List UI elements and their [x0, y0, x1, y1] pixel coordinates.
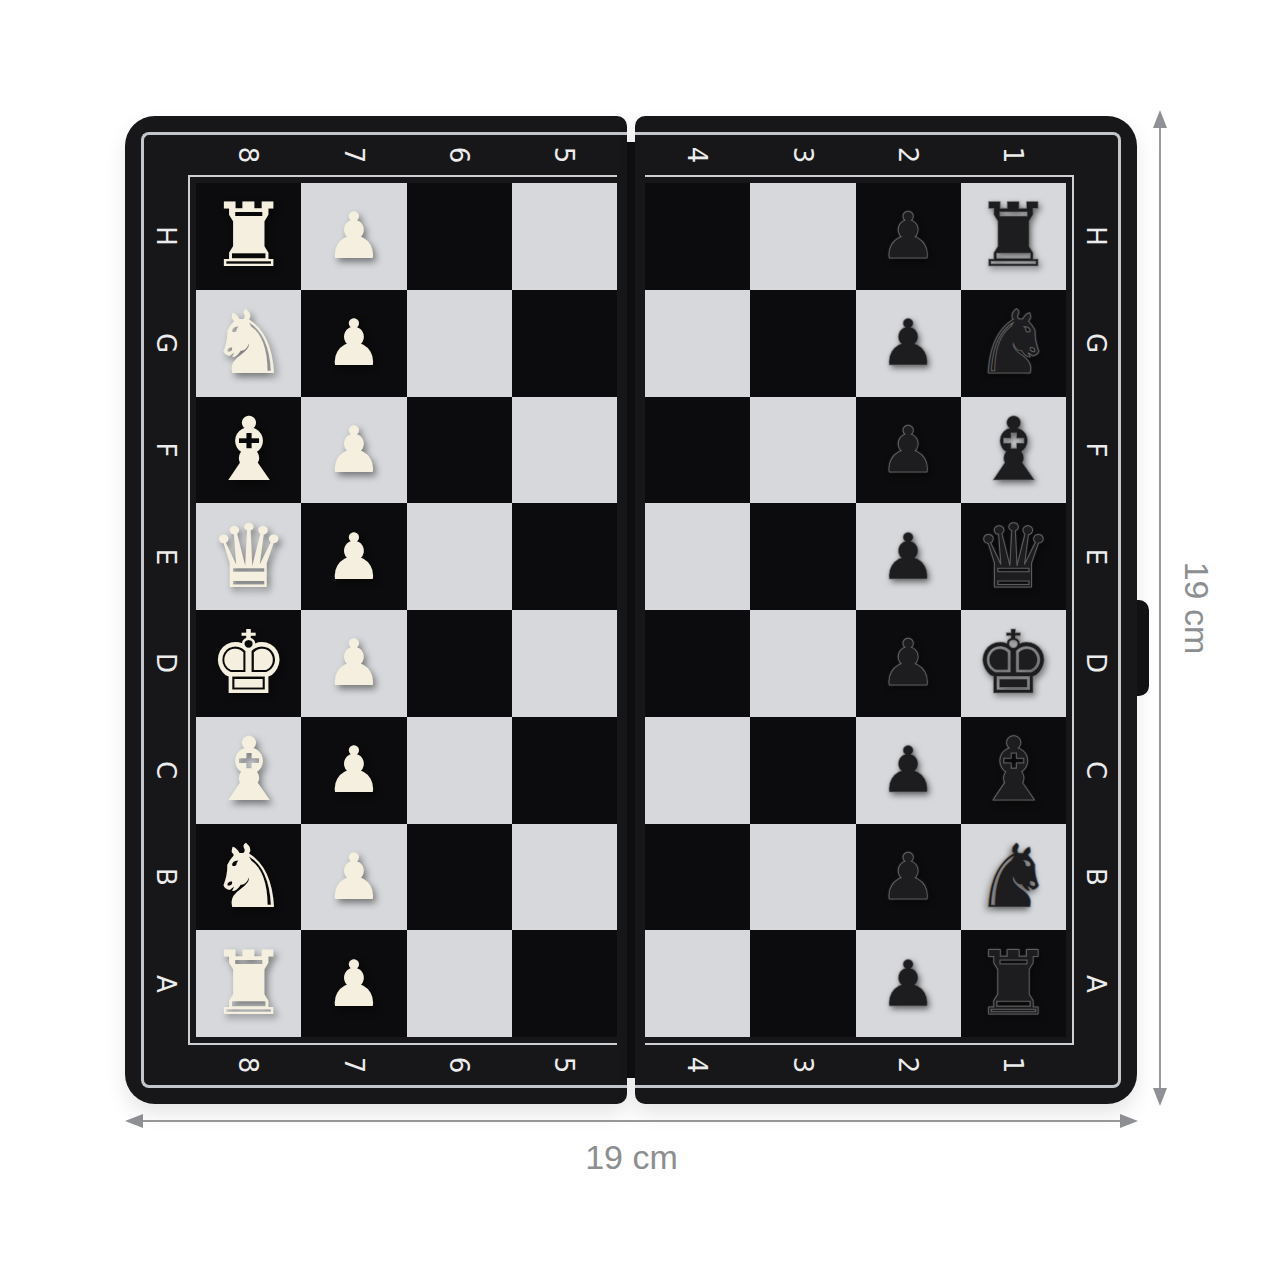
- square-f1: ♝: [961, 397, 1066, 504]
- file-label-g: G: [1074, 290, 1118, 397]
- file-label-f: F: [144, 397, 188, 504]
- rank-label-text: 3: [788, 147, 818, 164]
- square-b2: ♟: [856, 824, 961, 931]
- square-g2: ♟: [856, 290, 961, 397]
- square-f2: ♟: [856, 397, 961, 504]
- file-label-h: H: [1074, 183, 1118, 290]
- file-label-d: D: [144, 610, 188, 717]
- chess-board: 8765 HGFEDCBA ♜♟♞♟♝♟♛♟♚♟♝♟♞♟♜♟ 8765 4321…: [125, 116, 1137, 1104]
- square-f3: [750, 397, 855, 504]
- rank-label-text: 2: [893, 1057, 923, 1074]
- file-label-text: D: [1081, 653, 1111, 673]
- square-a5: [512, 930, 617, 1037]
- file-label-c: C: [1074, 717, 1118, 824]
- black-pawn-h2: ♟: [879, 204, 936, 268]
- square-d6: [407, 610, 512, 717]
- white-pawn-e7: ♟: [325, 525, 382, 589]
- black-rook-a1: ♜: [974, 940, 1053, 1028]
- black-bishop-c1: ♝: [974, 726, 1053, 814]
- rank-labels-top-left: 8765: [188, 135, 617, 175]
- rank-label-text: 1: [998, 147, 1028, 164]
- arrowhead-left-icon: [125, 1114, 143, 1128]
- white-bishop-f8: ♝: [209, 406, 288, 494]
- rank-label-1: 1: [961, 1045, 1066, 1085]
- file-label-text: A: [151, 975, 181, 993]
- square-d3: [750, 610, 855, 717]
- rank-label-7: 7: [301, 1045, 406, 1085]
- rank-label-text: 8: [234, 147, 264, 164]
- file-label-b: B: [1074, 824, 1118, 931]
- file-label-text: D: [151, 653, 181, 673]
- square-b6: [407, 824, 512, 931]
- square-a7: ♟: [301, 930, 406, 1037]
- rank-label-text: 6: [444, 1057, 474, 1074]
- rank-label-2: 2: [856, 135, 961, 175]
- rank-label-text: 2: [893, 147, 923, 164]
- square-c5: [512, 717, 617, 824]
- white-pawn-b7: ♟: [325, 845, 382, 909]
- white-rook-h8: ♜: [209, 192, 288, 280]
- arrowhead-right-icon: [1120, 1114, 1138, 1128]
- white-pawn-d7: ♟: [325, 631, 382, 695]
- square-e6: [407, 503, 512, 610]
- file-label-text: A: [1081, 975, 1111, 993]
- board-print-right: 4321 HGFEDCBA ♟♜♟♞♟♝♟♛♟♚♟♝♟♞♟♜ 4321: [635, 132, 1121, 1088]
- white-pawn-g7: ♟: [325, 311, 382, 375]
- rank-label-5: 5: [512, 135, 617, 175]
- square-c1: ♝: [961, 717, 1066, 824]
- white-pawn-h7: ♟: [325, 204, 382, 268]
- file-label-e: E: [144, 503, 188, 610]
- square-b5: [512, 824, 617, 931]
- arrowhead-up-icon: [1153, 110, 1167, 128]
- rank-label-text: 4: [683, 147, 713, 164]
- black-knight-g1: ♞: [974, 299, 1053, 387]
- black-pawn-c2: ♟: [879, 738, 936, 802]
- square-c2: ♟: [856, 717, 961, 824]
- square-h2: ♟: [856, 183, 961, 290]
- rank-label-text: 7: [339, 1057, 369, 1074]
- file-label-text: E: [1081, 548, 1111, 564]
- file-label-h: H: [144, 183, 188, 290]
- white-bishop-c8: ♝: [209, 726, 288, 814]
- file-label-text: F: [1081, 442, 1111, 457]
- white-pawn-c7: ♟: [325, 738, 382, 802]
- file-label-text: G: [151, 333, 181, 353]
- square-f4: [645, 397, 750, 504]
- file-label-d: D: [1074, 610, 1118, 717]
- white-pawn-a7: ♟: [325, 952, 382, 1016]
- file-label-text: B: [151, 868, 181, 886]
- square-a4: [645, 930, 750, 1037]
- file-label-a: A: [1074, 930, 1118, 1037]
- square-e3: [750, 503, 855, 610]
- square-a3: [750, 930, 855, 1037]
- square-a1: ♜: [961, 930, 1066, 1037]
- square-g5: [512, 290, 617, 397]
- square-c3: [750, 717, 855, 824]
- rank-label-text: 3: [788, 1057, 818, 1074]
- grid-frame-left: ♜♟♞♟♝♟♛♟♚♟♝♟♞♟♜♟: [188, 175, 617, 1045]
- rank-label-text: 6: [444, 147, 474, 164]
- file-label-text: C: [151, 761, 181, 779]
- square-g6: [407, 290, 512, 397]
- board-half-right: 4321 HGFEDCBA ♟♜♟♞♟♝♟♛♟♚♟♝♟♞♟♜ 4321: [635, 116, 1137, 1104]
- square-h1: ♜: [961, 183, 1066, 290]
- black-bishop-f1: ♝: [974, 406, 1053, 494]
- rank-label-4: 4: [645, 1045, 750, 1085]
- file-label-a: A: [144, 930, 188, 1037]
- square-e2: ♟: [856, 503, 961, 610]
- black-knight-b1: ♞: [974, 833, 1053, 921]
- square-c6: [407, 717, 512, 824]
- file-label-text: C: [1081, 761, 1111, 779]
- square-g1: ♞: [961, 290, 1066, 397]
- squares-left: ♜♟♞♟♝♟♛♟♚♟♝♟♞♟♜♟: [196, 183, 617, 1037]
- file-labels-right: HGFEDCBA: [1074, 175, 1118, 1045]
- square-c4: [645, 717, 750, 824]
- square-d7: ♟: [301, 610, 406, 717]
- black-pawn-e2: ♟: [879, 525, 936, 589]
- height-dimension-line: [1159, 124, 1161, 1092]
- file-label-text: F: [151, 442, 181, 457]
- board-print-left: 8765 HGFEDCBA ♜♟♞♟♝♟♛♟♚♟♝♟♞♟♜♟ 8765: [141, 132, 627, 1088]
- rank-label-6: 6: [407, 135, 512, 175]
- file-label-text: H: [151, 227, 181, 247]
- rank-label-4: 4: [645, 135, 750, 175]
- rank-labels-bottom-right: 4321: [645, 1045, 1074, 1085]
- board-half-left: 8765 HGFEDCBA ♜♟♞♟♝♟♛♟♚♟♝♟♞♟♜♟ 8765: [125, 116, 627, 1104]
- square-d4: [645, 610, 750, 717]
- squares-right: ♟♜♟♞♟♝♟♛♟♚♟♝♟♞♟♜: [645, 183, 1066, 1037]
- rank-label-7: 7: [301, 135, 406, 175]
- grid-frame-right: ♟♜♟♞♟♝♟♛♟♚♟♝♟♞♟♜: [645, 175, 1074, 1045]
- rank-label-text: 8: [234, 1057, 264, 1074]
- square-c8: ♝: [196, 717, 301, 824]
- square-f8: ♝: [196, 397, 301, 504]
- arrowhead-down-icon: [1153, 1088, 1167, 1106]
- file-label-text: H: [1081, 227, 1111, 247]
- square-g8: ♞: [196, 290, 301, 397]
- rank-label-8: 8: [196, 135, 301, 175]
- square-e8: ♛: [196, 503, 301, 610]
- square-h6: [407, 183, 512, 290]
- square-c7: ♟: [301, 717, 406, 824]
- square-e7: ♟: [301, 503, 406, 610]
- black-pawn-g2: ♟: [879, 311, 936, 375]
- square-e1: ♛: [961, 503, 1066, 610]
- file-label-text: E: [151, 548, 181, 564]
- square-b3: [750, 824, 855, 931]
- black-king-d1: ♚: [974, 619, 1053, 707]
- width-dimension-label: 19 cm: [125, 1138, 1138, 1177]
- rank-label-6: 6: [407, 1045, 512, 1085]
- square-f6: [407, 397, 512, 504]
- square-a6: [407, 930, 512, 1037]
- rank-label-2: 2: [856, 1045, 961, 1085]
- square-g4: [645, 290, 750, 397]
- rank-label-text: 4: [683, 1057, 713, 1074]
- width-dimension: 19 cm: [125, 1114, 1138, 1184]
- square-h3: [750, 183, 855, 290]
- white-pawn-f7: ♟: [325, 418, 382, 482]
- file-label-c: C: [144, 717, 188, 824]
- white-queen-e8: ♛: [209, 513, 288, 601]
- width-dimension-line: [139, 1120, 1124, 1122]
- square-d2: ♟: [856, 610, 961, 717]
- square-g3: [750, 290, 855, 397]
- black-queen-e1: ♛: [974, 513, 1053, 601]
- square-a8: ♜: [196, 930, 301, 1037]
- rank-label-text: 7: [339, 147, 369, 164]
- square-h7: ♟: [301, 183, 406, 290]
- square-h8: ♜: [196, 183, 301, 290]
- square-f7: ♟: [301, 397, 406, 504]
- rank-label-text: 1: [998, 1057, 1028, 1074]
- white-king-d8: ♚: [209, 619, 288, 707]
- black-pawn-b2: ♟: [879, 845, 936, 909]
- square-h5: [512, 183, 617, 290]
- square-d5: [512, 610, 617, 717]
- black-pawn-a2: ♟: [879, 952, 936, 1016]
- file-labels-left: HGFEDCBA: [144, 175, 188, 1045]
- square-b7: ♟: [301, 824, 406, 931]
- white-rook-a8: ♜: [209, 940, 288, 1028]
- rank-label-1: 1: [961, 135, 1066, 175]
- rank-label-3: 3: [750, 1045, 855, 1085]
- black-pawn-d2: ♟: [879, 631, 936, 695]
- file-label-g: G: [144, 290, 188, 397]
- file-label-text: B: [1081, 868, 1111, 886]
- rank-labels-bottom-left: 8765: [188, 1045, 617, 1085]
- white-knight-b8: ♞: [209, 833, 288, 921]
- height-dimension-label: 19 cm: [1177, 538, 1216, 678]
- height-dimension: 19 cm: [1150, 110, 1220, 1106]
- file-label-f: F: [1074, 397, 1118, 504]
- square-d8: ♚: [196, 610, 301, 717]
- black-rook-h1: ♜: [974, 192, 1053, 280]
- black-pawn-f2: ♟: [879, 418, 936, 482]
- square-e5: [512, 503, 617, 610]
- file-label-text: G: [1081, 333, 1111, 353]
- rank-labels-top-right: 4321: [645, 135, 1074, 175]
- square-b1: ♞: [961, 824, 1066, 931]
- rank-label-3: 3: [750, 135, 855, 175]
- square-a2: ♟: [856, 930, 961, 1037]
- square-h4: [645, 183, 750, 290]
- square-g7: ♟: [301, 290, 406, 397]
- rank-label-text: 5: [549, 147, 579, 164]
- file-label-e: E: [1074, 503, 1118, 610]
- rank-label-5: 5: [512, 1045, 617, 1085]
- rank-label-8: 8: [196, 1045, 301, 1085]
- square-d1: ♚: [961, 610, 1066, 717]
- square-b8: ♞: [196, 824, 301, 931]
- square-e4: [645, 503, 750, 610]
- square-f5: [512, 397, 617, 504]
- rank-label-text: 5: [549, 1057, 579, 1074]
- file-label-b: B: [144, 824, 188, 931]
- white-knight-g8: ♞: [209, 299, 288, 387]
- square-b4: [645, 824, 750, 931]
